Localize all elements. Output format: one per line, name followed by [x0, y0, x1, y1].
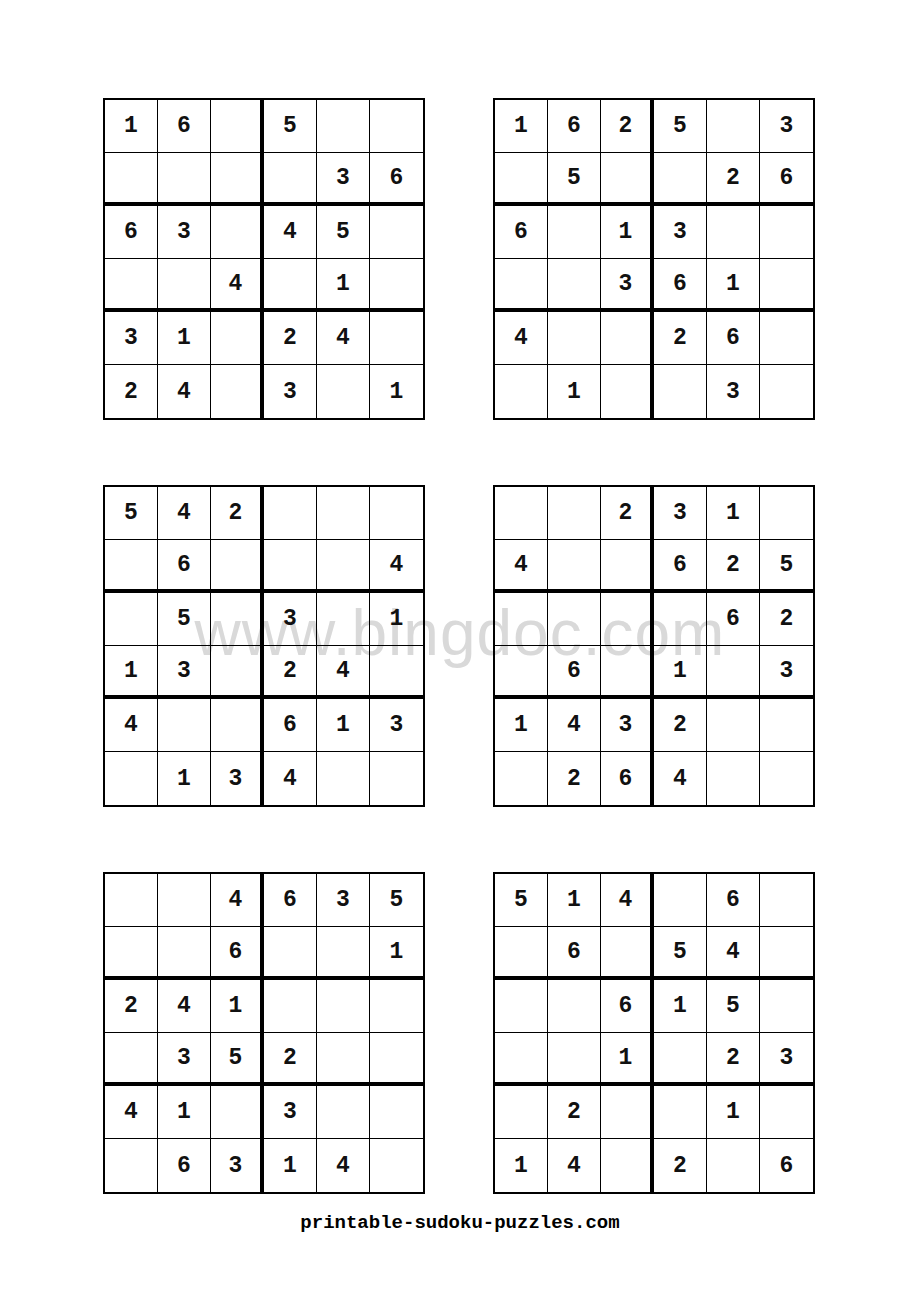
cell-r1c2[interactable]: 1: [548, 874, 601, 927]
cell-r6c2[interactable]: 1: [158, 752, 211, 805]
cell-r1c1[interactable]: [105, 874, 158, 927]
cell-r1c3[interactable]: 2: [601, 100, 654, 153]
cell-r3c3[interactable]: 6: [601, 980, 654, 1033]
cell-r4c3[interactable]: [211, 646, 264, 699]
cell-r4c5[interactable]: [707, 646, 760, 699]
cell-r2c4[interactable]: 6: [654, 540, 707, 593]
cell-r4c1[interactable]: [495, 259, 548, 312]
cell-r6c2[interactable]: 6: [158, 1139, 211, 1192]
cell-r3c5[interactable]: 5: [317, 206, 370, 259]
cell-r5c2[interactable]: 1: [158, 312, 211, 365]
cell-r6c3[interactable]: 3: [211, 752, 264, 805]
cell-r1c2[interactable]: 4: [158, 487, 211, 540]
cell-r4c3[interactable]: 3: [601, 259, 654, 312]
cell-r5c4[interactable]: 3: [264, 1086, 317, 1139]
cell-r5c5[interactable]: 1: [317, 699, 370, 752]
cell-r1c2[interactable]: [548, 487, 601, 540]
cell-r5c3[interactable]: [601, 312, 654, 365]
cell-r2c2[interactable]: [158, 153, 211, 206]
cell-r2c4[interactable]: [264, 540, 317, 593]
cell-r3c5[interactable]: [317, 593, 370, 646]
cell-r6c3[interactable]: 3: [211, 1139, 264, 1192]
site-caption: printable-sudoku-puzzles.com: [0, 1212, 920, 1234]
cell-r1c6[interactable]: [370, 100, 423, 153]
cell-r1c4[interactable]: 5: [654, 100, 707, 153]
cell-r1c6[interactable]: [760, 874, 813, 927]
cell-r4c3[interactable]: 4: [211, 259, 264, 312]
cell-r1c4[interactable]: [654, 874, 707, 927]
cell-r6c3[interactable]: [601, 1139, 654, 1192]
cell-r5c6[interactable]: [760, 312, 813, 365]
cell-r6c6[interactable]: [370, 1139, 423, 1192]
cell-r4c3[interactable]: [601, 646, 654, 699]
cell-r1c4[interactable]: [264, 487, 317, 540]
cell-r3c2[interactable]: [548, 206, 601, 259]
cell-r1c6[interactable]: [370, 487, 423, 540]
cell-r3c5[interactable]: [707, 206, 760, 259]
cell-r5c4[interactable]: 6: [264, 699, 317, 752]
cell-r5c4[interactable]: 2: [654, 312, 707, 365]
cell-r4c4[interactable]: 1: [654, 646, 707, 699]
cell-r3c2[interactable]: 3: [158, 206, 211, 259]
cell-r3c2[interactable]: [548, 593, 601, 646]
cell-r2c5[interactable]: 2: [707, 540, 760, 593]
cell-r1c6[interactable]: [760, 487, 813, 540]
cell-r4c6[interactable]: 3: [760, 646, 813, 699]
sudoku-board-3: 5426453113244613134: [103, 485, 425, 807]
cell-r6c1[interactable]: [105, 1139, 158, 1192]
cell-r1c6[interactable]: 3: [760, 100, 813, 153]
cell-r4c6[interactable]: [760, 259, 813, 312]
cell-r1c4[interactable]: 3: [654, 487, 707, 540]
cell-r3c1[interactable]: 6: [495, 206, 548, 259]
cell-r3c3[interactable]: 1: [601, 206, 654, 259]
cell-r2c5[interactable]: 4: [707, 927, 760, 980]
cell-r2c2[interactable]: [548, 540, 601, 593]
cell-r6c2[interactable]: 1: [548, 365, 601, 418]
cell-r3c5[interactable]: 6: [707, 593, 760, 646]
cell-r3c1[interactable]: [105, 593, 158, 646]
cell-r2c5[interactable]: [317, 540, 370, 593]
cell-r4c6[interactable]: [370, 259, 423, 312]
cell-r2c6[interactable]: 4: [370, 540, 423, 593]
cell-r1c1[interactable]: 1: [495, 100, 548, 153]
cell-r5c6[interactable]: [370, 312, 423, 365]
sudoku-board-6: 5146654615123211426: [493, 872, 815, 1194]
cell-r3c3[interactable]: [211, 593, 264, 646]
cell-r2c3[interactable]: [601, 540, 654, 593]
cell-r2c1[interactable]: [105, 153, 158, 206]
sudoku-sheet: www.bingdoc.com 1653663454131242431 1625…: [0, 0, 920, 1302]
cell-r3c6[interactable]: 1: [370, 593, 423, 646]
cell-r6c3[interactable]: [601, 365, 654, 418]
cell-r1c2[interactable]: 6: [158, 100, 211, 153]
cell-r3c1[interactable]: 2: [105, 980, 158, 1033]
cell-r5c6[interactable]: 3: [370, 699, 423, 752]
cell-r1c6[interactable]: 5: [370, 874, 423, 927]
cell-r5c6[interactable]: [760, 1086, 813, 1139]
cell-r1c3[interactable]: 4: [211, 874, 264, 927]
cell-r4c4[interactable]: 6: [654, 259, 707, 312]
cell-r3c3[interactable]: [211, 206, 264, 259]
cell-r6c4[interactable]: 3: [264, 365, 317, 418]
cell-r3c1[interactable]: 6: [105, 206, 158, 259]
cell-r5c1[interactable]: 4: [495, 312, 548, 365]
cell-r6c1[interactable]: [495, 752, 548, 805]
cell-r5c1[interactable]: 1: [495, 699, 548, 752]
cell-r5c5[interactable]: [317, 1086, 370, 1139]
cell-r4c6[interactable]: 3: [760, 1033, 813, 1086]
cell-r5c5[interactable]: 4: [317, 312, 370, 365]
cell-r2c2[interactable]: [158, 927, 211, 980]
sudoku-board-4: 2314625626131432264: [493, 485, 815, 807]
cell-r3c4[interactable]: 4: [264, 206, 317, 259]
cell-r1c5[interactable]: 1: [707, 487, 760, 540]
cell-r4c6[interactable]: [370, 646, 423, 699]
cell-r1c2[interactable]: [158, 874, 211, 927]
cell-r5c4[interactable]: [654, 1086, 707, 1139]
cell-r3c6[interactable]: [370, 980, 423, 1033]
cell-r4c5[interactable]: 1: [317, 259, 370, 312]
cell-r4c5[interactable]: 4: [317, 646, 370, 699]
cell-r3c4[interactable]: [654, 593, 707, 646]
cell-r5c2[interactable]: 1: [158, 1086, 211, 1139]
cell-r1c2[interactable]: 6: [548, 100, 601, 153]
cell-r6c1[interactable]: 1: [495, 1139, 548, 1192]
cell-r2c3[interactable]: 6: [211, 927, 264, 980]
cell-r3c2[interactable]: [548, 980, 601, 1033]
cell-r3c1[interactable]: [495, 593, 548, 646]
cell-r2c3[interactable]: [601, 927, 654, 980]
cell-r2c2[interactable]: 6: [158, 540, 211, 593]
cell-r2c4[interactable]: [654, 153, 707, 206]
puzzle-grid-container: 1653663454131242431 1625352661336142613 …: [103, 98, 815, 1194]
cell-r3c6[interactable]: 2: [760, 593, 813, 646]
cell-r6c1[interactable]: [105, 752, 158, 805]
cell-r3c1[interactable]: [495, 980, 548, 1033]
cell-r2c6[interactable]: [760, 927, 813, 980]
cell-r4c2[interactable]: [548, 1033, 601, 1086]
cell-r6c2[interactable]: 4: [158, 365, 211, 418]
cell-r5c5[interactable]: 1: [707, 1086, 760, 1139]
cell-r6c1[interactable]: [495, 365, 548, 418]
cell-r4c2[interactable]: 3: [158, 1033, 211, 1086]
cell-r1c1[interactable]: 5: [495, 874, 548, 927]
cell-r2c1[interactable]: 4: [495, 540, 548, 593]
cell-r3c4[interactable]: 1: [654, 980, 707, 1033]
cell-r5c5[interactable]: [707, 699, 760, 752]
cell-r4c2[interactable]: [158, 259, 211, 312]
cell-r3c2[interactable]: 4: [158, 980, 211, 1033]
cell-r6c5[interactable]: [317, 752, 370, 805]
cell-r4c1[interactable]: [105, 1033, 158, 1086]
cell-r1c4[interactable]: 6: [264, 874, 317, 927]
cell-r3c4[interactable]: [264, 980, 317, 1033]
cell-r6c6[interactable]: 1: [370, 365, 423, 418]
cell-r2c4[interactable]: [264, 153, 317, 206]
cell-r3c3[interactable]: 1: [211, 980, 264, 1033]
cell-r5c1[interactable]: 4: [105, 699, 158, 752]
cell-r4c1[interactable]: [495, 1033, 548, 1086]
cell-r5c6[interactable]: [370, 1086, 423, 1139]
cell-r2c3[interactable]: [601, 153, 654, 206]
cell-r4c4[interactable]: 2: [264, 646, 317, 699]
sudoku-board-2: 1625352661336142613: [493, 98, 815, 420]
cell-r1c3[interactable]: 4: [601, 874, 654, 927]
cell-r5c6[interactable]: [760, 699, 813, 752]
cell-r3c6[interactable]: [760, 980, 813, 1033]
cell-r6c4[interactable]: 4: [654, 752, 707, 805]
cell-r5c2[interactable]: 4: [548, 699, 601, 752]
cell-r4c3[interactable]: 5: [211, 1033, 264, 1086]
cell-r2c4[interactable]: [264, 927, 317, 980]
cell-r2c5[interactable]: 2: [707, 153, 760, 206]
cell-r3c6[interactable]: [370, 206, 423, 259]
cell-r3c4[interactable]: 3: [654, 206, 707, 259]
cell-r4c5[interactable]: 2: [707, 1033, 760, 1086]
cell-r2c1[interactable]: [105, 927, 158, 980]
cell-r5c1[interactable]: 4: [105, 1086, 158, 1139]
cell-r4c4[interactable]: [264, 259, 317, 312]
cell-r2c1[interactable]: [495, 927, 548, 980]
cell-r1c5[interactable]: [317, 100, 370, 153]
cell-r6c5[interactable]: 4: [317, 1139, 370, 1192]
cell-r6c4[interactable]: 4: [264, 752, 317, 805]
cell-r6c3[interactable]: [211, 365, 264, 418]
cell-r3c6[interactable]: [760, 206, 813, 259]
cell-r5c3[interactable]: 3: [601, 699, 654, 752]
cell-r5c2[interactable]: 2: [548, 1086, 601, 1139]
cell-r1c5[interactable]: [317, 487, 370, 540]
cell-r2c6[interactable]: 1: [370, 927, 423, 980]
sudoku-board-1: 1653663454131242431: [103, 98, 425, 420]
cell-r4c1[interactable]: [105, 259, 158, 312]
cell-r1c3[interactable]: 2: [211, 487, 264, 540]
cell-r5c2[interactable]: [158, 699, 211, 752]
cell-r5c1[interactable]: 3: [105, 312, 158, 365]
cell-r1c3[interactable]: 2: [601, 487, 654, 540]
cell-r6c6[interactable]: [760, 365, 813, 418]
cell-r6c3[interactable]: 6: [601, 752, 654, 805]
cell-r5c2[interactable]: [548, 312, 601, 365]
cell-r5c4[interactable]: 2: [264, 312, 317, 365]
cell-r4c4[interactable]: 2: [264, 1033, 317, 1086]
cell-r2c3[interactable]: [211, 540, 264, 593]
cell-r1c5[interactable]: [707, 100, 760, 153]
cell-r3c4[interactable]: 3: [264, 593, 317, 646]
cell-r4c2[interactable]: 6: [548, 646, 601, 699]
cell-r1c5[interactable]: 3: [317, 874, 370, 927]
cell-r6c5[interactable]: [317, 365, 370, 418]
cell-r6c2[interactable]: 2: [548, 752, 601, 805]
sudoku-board-5: 4635612413524136314: [103, 872, 425, 1194]
cell-r2c2[interactable]: 6: [548, 927, 601, 980]
cell-r1c1[interactable]: 5: [105, 487, 158, 540]
cell-r5c3[interactable]: [601, 1086, 654, 1139]
cell-r1c5[interactable]: 6: [707, 874, 760, 927]
cell-r3c2[interactable]: 5: [158, 593, 211, 646]
cell-r6c5[interactable]: [707, 752, 760, 805]
cell-r4c5[interactable]: [317, 1033, 370, 1086]
cell-r6c2[interactable]: 4: [548, 1139, 601, 1192]
cell-r4c6[interactable]: [370, 1033, 423, 1086]
cell-r2c1[interactable]: [495, 153, 548, 206]
cell-r4c3[interactable]: 1: [601, 1033, 654, 1086]
cell-r6c1[interactable]: 2: [105, 365, 158, 418]
cell-r5c3[interactable]: [211, 312, 264, 365]
cell-r1c1[interactable]: 1: [105, 100, 158, 153]
cell-r1c1[interactable]: [495, 487, 548, 540]
cell-r6c5[interactable]: [707, 1139, 760, 1192]
cell-r6c6[interactable]: [370, 752, 423, 805]
cell-r2c2[interactable]: 5: [548, 153, 601, 206]
cell-r6c5[interactable]: 3: [707, 365, 760, 418]
cell-r2c3[interactable]: [211, 153, 264, 206]
cell-r4c1[interactable]: [495, 646, 548, 699]
cell-r2c6[interactable]: 6: [370, 153, 423, 206]
cell-r6c4[interactable]: 2: [654, 1139, 707, 1192]
cell-r2c6[interactable]: 5: [760, 540, 813, 593]
cell-r5c4[interactable]: 2: [654, 699, 707, 752]
cell-r5c3[interactable]: [211, 699, 264, 752]
cell-r2c5[interactable]: 3: [317, 153, 370, 206]
cell-r5c5[interactable]: 6: [707, 312, 760, 365]
cell-r1c4[interactable]: 5: [264, 100, 317, 153]
cell-r3c5[interactable]: [317, 980, 370, 1033]
cell-r2c1[interactable]: [105, 540, 158, 593]
cell-r5c3[interactable]: [211, 1086, 264, 1139]
cell-r4c2[interactable]: 3: [158, 646, 211, 699]
cell-r3c3[interactable]: [601, 593, 654, 646]
cell-r6c4[interactable]: [654, 365, 707, 418]
cell-r2c6[interactable]: 6: [760, 153, 813, 206]
cell-r5c1[interactable]: [495, 1086, 548, 1139]
cell-r3c5[interactable]: 5: [707, 980, 760, 1033]
cell-r6c6[interactable]: 6: [760, 1139, 813, 1192]
cell-r4c5[interactable]: 1: [707, 259, 760, 312]
cell-r4c2[interactable]: [548, 259, 601, 312]
cell-r2c5[interactable]: [317, 927, 370, 980]
cell-r4c1[interactable]: 1: [105, 646, 158, 699]
cell-r2c4[interactable]: 5: [654, 927, 707, 980]
cell-r6c4[interactable]: 1: [264, 1139, 317, 1192]
cell-r4c4[interactable]: [654, 1033, 707, 1086]
cell-r1c3[interactable]: [211, 100, 264, 153]
cell-r6c6[interactable]: [760, 752, 813, 805]
